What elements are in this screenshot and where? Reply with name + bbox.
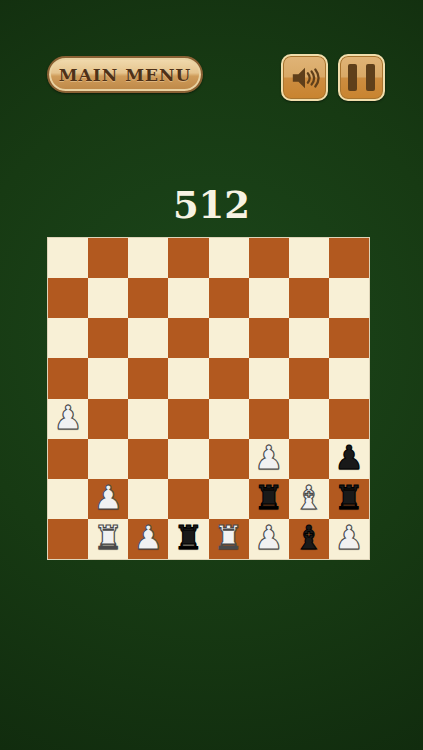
board-square[interactable] xyxy=(289,439,329,479)
board-square[interactable] xyxy=(168,278,208,318)
board-square[interactable] xyxy=(128,399,168,439)
white-bishop: ♝ xyxy=(294,481,324,514)
board-square[interactable] xyxy=(249,238,289,278)
board-square[interactable] xyxy=(128,238,168,278)
board-square[interactable] xyxy=(128,439,168,479)
pause-button[interactable] xyxy=(338,54,385,101)
board-square[interactable] xyxy=(88,238,128,278)
board-square[interactable] xyxy=(289,318,329,358)
board-square[interactable] xyxy=(168,439,208,479)
board-square[interactable]: ♜ xyxy=(209,519,249,559)
board-square[interactable]: ♟ xyxy=(329,439,369,479)
board-square[interactable] xyxy=(128,479,168,519)
board-square[interactable]: ♜ xyxy=(168,519,208,559)
board-square[interactable] xyxy=(168,318,208,358)
white-pawn: ♟ xyxy=(53,401,83,434)
board-square[interactable] xyxy=(249,399,289,439)
board-square[interactable] xyxy=(128,358,168,398)
board-square[interactable] xyxy=(209,439,249,479)
board-square[interactable] xyxy=(289,238,329,278)
board-square[interactable]: ♟ xyxy=(249,519,289,559)
board-square[interactable] xyxy=(329,318,369,358)
board-square[interactable] xyxy=(48,278,88,318)
board-square[interactable]: ♜ xyxy=(249,479,289,519)
sound-button[interactable] xyxy=(281,54,328,101)
chess-board: ♟♟♟♟♜♝♜♜♟♜♜♟♝♟ xyxy=(47,237,370,560)
board-square[interactable] xyxy=(88,358,128,398)
board-square[interactable] xyxy=(329,399,369,439)
board-square[interactable] xyxy=(48,519,88,559)
board-square[interactable]: ♟ xyxy=(249,439,289,479)
board-square[interactable] xyxy=(48,439,88,479)
board-square[interactable] xyxy=(249,318,289,358)
board-square[interactable] xyxy=(209,238,249,278)
board-square[interactable] xyxy=(209,399,249,439)
board-square[interactable]: ♜ xyxy=(88,519,128,559)
board-square[interactable]: ♟ xyxy=(48,399,88,439)
white-rook: ♜ xyxy=(214,521,244,554)
board-square[interactable] xyxy=(88,278,128,318)
board-square[interactable] xyxy=(128,278,168,318)
board-square[interactable]: ♝ xyxy=(289,519,329,559)
black-rook: ♜ xyxy=(254,481,284,514)
score-text: 512 xyxy=(0,183,423,227)
white-pawn: ♟ xyxy=(334,521,364,554)
board-square[interactable] xyxy=(249,358,289,398)
board-square[interactable] xyxy=(168,479,208,519)
board-square[interactable] xyxy=(289,399,329,439)
board-square[interactable]: ♜ xyxy=(329,479,369,519)
board-square[interactable] xyxy=(168,238,208,278)
board-square[interactable] xyxy=(209,479,249,519)
board-square[interactable] xyxy=(48,238,88,278)
white-rook: ♜ xyxy=(93,521,123,554)
board-square[interactable] xyxy=(88,318,128,358)
board-square[interactable] xyxy=(168,399,208,439)
black-pawn: ♟ xyxy=(334,441,364,474)
black-rook: ♜ xyxy=(334,481,364,514)
board-square[interactable]: ♟ xyxy=(88,479,128,519)
board-square[interactable] xyxy=(249,278,289,318)
board-square[interactable] xyxy=(88,439,128,479)
board-square[interactable] xyxy=(128,318,168,358)
pause-icon xyxy=(348,64,375,91)
speaker-icon xyxy=(290,63,320,93)
white-pawn: ♟ xyxy=(254,521,284,554)
board-square[interactable] xyxy=(209,358,249,398)
board-square[interactable] xyxy=(209,278,249,318)
board-square[interactable] xyxy=(48,479,88,519)
board-square[interactable] xyxy=(88,399,128,439)
board-square[interactable]: ♝ xyxy=(289,479,329,519)
white-pawn: ♟ xyxy=(93,481,123,514)
black-bishop: ♝ xyxy=(294,521,324,554)
board-square[interactable]: ♟ xyxy=(329,519,369,559)
main-menu-button[interactable]: MAIN MENU xyxy=(47,56,203,93)
white-pawn: ♟ xyxy=(254,441,284,474)
board-square[interactable] xyxy=(48,318,88,358)
board-square[interactable] xyxy=(289,358,329,398)
board-square[interactable] xyxy=(289,278,329,318)
board-square[interactable] xyxy=(329,358,369,398)
black-rook: ♜ xyxy=(174,521,204,554)
board-square[interactable]: ♟ xyxy=(128,519,168,559)
board-square[interactable] xyxy=(209,318,249,358)
board-square[interactable] xyxy=(329,238,369,278)
game-screen: MAIN MENU 512 ♟♟♟♟♜♝♜♜♟♜♜♟♝♟ xyxy=(0,0,423,750)
white-pawn: ♟ xyxy=(134,521,164,554)
board-square[interactable] xyxy=(168,358,208,398)
board-square[interactable] xyxy=(48,358,88,398)
board-square[interactable] xyxy=(329,278,369,318)
